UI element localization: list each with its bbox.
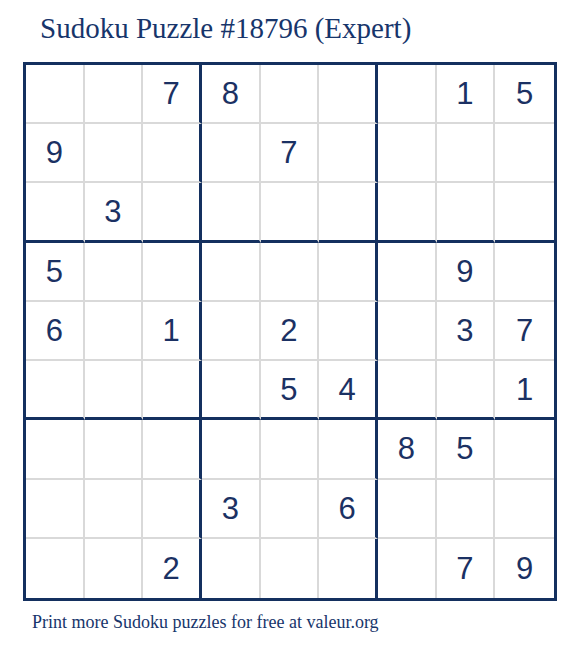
cell-r8c1[interactable]: [26, 480, 85, 539]
cell-r6c9[interactable]: 1: [495, 361, 554, 420]
cell-r1c6[interactable]: [319, 65, 378, 124]
cell-r7c3[interactable]: [143, 420, 202, 479]
cell-r8c3[interactable]: [143, 480, 202, 539]
cell-r1c3[interactable]: 7: [143, 65, 202, 124]
cell-r7c9[interactable]: [495, 420, 554, 479]
cell-r7c4[interactable]: [202, 420, 261, 479]
cell-r3c7[interactable]: [378, 183, 437, 242]
cell-r8c4[interactable]: 3: [202, 480, 261, 539]
cell-r8c2[interactable]: [85, 480, 144, 539]
sudoku-board: 781597359612375418536279: [23, 62, 557, 601]
cell-r5c2[interactable]: [85, 302, 144, 361]
cell-r5c3[interactable]: 1: [143, 302, 202, 361]
cell-r7c8[interactable]: 5: [437, 420, 496, 479]
cell-r1c4[interactable]: 8: [202, 65, 261, 124]
cell-r9c9[interactable]: 9: [495, 539, 554, 598]
cell-r1c2[interactable]: [85, 65, 144, 124]
cell-r7c2[interactable]: [85, 420, 144, 479]
cell-r7c1[interactable]: [26, 420, 85, 479]
cell-r6c1[interactable]: [26, 361, 85, 420]
cell-r4c4[interactable]: [202, 243, 261, 302]
cell-r5c9[interactable]: 7: [495, 302, 554, 361]
cell-r2c8[interactable]: [437, 124, 496, 183]
cell-r8c8[interactable]: [437, 480, 496, 539]
footer-credit: Print more Sudoku puzzles for free at va…: [32, 612, 379, 633]
cell-r8c6[interactable]: 6: [319, 480, 378, 539]
cell-r4c8[interactable]: 9: [437, 243, 496, 302]
cell-r3c1[interactable]: [26, 183, 85, 242]
cell-r5c8[interactable]: 3: [437, 302, 496, 361]
cell-r6c8[interactable]: [437, 361, 496, 420]
cell-r3c5[interactable]: [261, 183, 320, 242]
cell-r7c5[interactable]: [261, 420, 320, 479]
cell-r6c3[interactable]: [143, 361, 202, 420]
cell-r9c6[interactable]: [319, 539, 378, 598]
cell-r2c1[interactable]: 9: [26, 124, 85, 183]
cell-r4c1[interactable]: 5: [26, 243, 85, 302]
cell-r2c6[interactable]: [319, 124, 378, 183]
cell-r4c2[interactable]: [85, 243, 144, 302]
cell-r3c4[interactable]: [202, 183, 261, 242]
cell-r9c7[interactable]: [378, 539, 437, 598]
page-title: Sudoku Puzzle #18796 (Expert): [40, 12, 411, 45]
cell-r2c3[interactable]: [143, 124, 202, 183]
cell-r7c7[interactable]: 8: [378, 420, 437, 479]
cell-r7c6[interactable]: [319, 420, 378, 479]
cell-r8c5[interactable]: [261, 480, 320, 539]
cell-r9c3[interactable]: 2: [143, 539, 202, 598]
cell-r9c2[interactable]: [85, 539, 144, 598]
cell-r3c6[interactable]: [319, 183, 378, 242]
cell-r2c7[interactable]: [378, 124, 437, 183]
cell-r6c4[interactable]: [202, 361, 261, 420]
cell-r6c5[interactable]: 5: [261, 361, 320, 420]
cell-r2c4[interactable]: [202, 124, 261, 183]
cell-r3c9[interactable]: [495, 183, 554, 242]
cell-r4c5[interactable]: [261, 243, 320, 302]
sudoku-print-page: Sudoku Puzzle #18796 (Expert) 7815973596…: [0, 0, 580, 651]
cell-r5c4[interactable]: [202, 302, 261, 361]
cell-r1c9[interactable]: 5: [495, 65, 554, 124]
cell-r4c6[interactable]: [319, 243, 378, 302]
cell-r3c3[interactable]: [143, 183, 202, 242]
cell-r5c5[interactable]: 2: [261, 302, 320, 361]
cell-r6c2[interactable]: [85, 361, 144, 420]
cell-r3c8[interactable]: [437, 183, 496, 242]
cell-r9c4[interactable]: [202, 539, 261, 598]
cell-r3c2[interactable]: 3: [85, 183, 144, 242]
cell-r6c6[interactable]: 4: [319, 361, 378, 420]
cell-r1c1[interactable]: [26, 65, 85, 124]
cell-r9c5[interactable]: [261, 539, 320, 598]
cell-r8c7[interactable]: [378, 480, 437, 539]
cell-r9c1[interactable]: [26, 539, 85, 598]
cell-r9c8[interactable]: 7: [437, 539, 496, 598]
cell-r4c3[interactable]: [143, 243, 202, 302]
cell-r1c7[interactable]: [378, 65, 437, 124]
cell-r5c1[interactable]: 6: [26, 302, 85, 361]
cell-r2c9[interactable]: [495, 124, 554, 183]
cell-r5c7[interactable]: [378, 302, 437, 361]
cell-r5c6[interactable]: [319, 302, 378, 361]
cell-r4c7[interactable]: [378, 243, 437, 302]
cell-r1c5[interactable]: [261, 65, 320, 124]
cell-r2c5[interactable]: 7: [261, 124, 320, 183]
cell-r2c2[interactable]: [85, 124, 144, 183]
cell-r4c9[interactable]: [495, 243, 554, 302]
cell-r1c8[interactable]: 1: [437, 65, 496, 124]
cell-r8c9[interactable]: [495, 480, 554, 539]
cell-r6c7[interactable]: [378, 361, 437, 420]
